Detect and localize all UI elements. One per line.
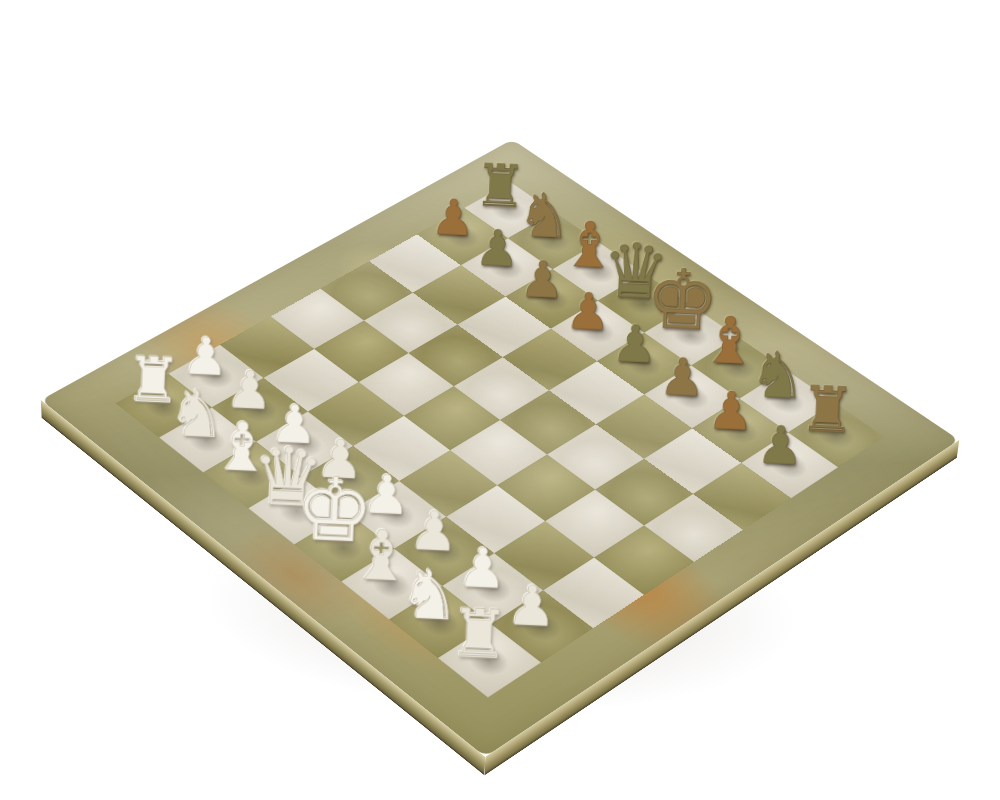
piece-white-rook[interactable]: ♜ [448,600,511,669]
chess-set-photo: Green onyx and white marble chess set on… [0,0,1000,800]
scene-tilt: ♜♞♝♛♚♝♞♜♟♟♟♟♟♟♟♟♟♟♟♟♟♟♟♟♜♞♝♛♚♝♞♜ [0,0,1000,800]
piece-onyx-pawn[interactable]: ♟ [474,223,521,275]
piece-onyx-pawn[interactable]: ♟ [756,418,805,473]
piece-onyx-pawn[interactable]: ♟ [519,254,566,306]
piece-onyx-rook[interactable]: ♜ [798,378,856,443]
piece-onyx-pawn[interactable]: ♟ [658,351,706,405]
piece-white-pawn[interactable]: ♟ [408,503,459,559]
board-grid: ♜♞♝♛♚♝♞♜♟♟♟♟♟♟♟♟♟♟♟♟♟♟♟♟♜♞♝♛♚♝♞♜ [116,182,885,697]
piece-onyx-pawn[interactable]: ♟ [611,318,659,371]
piece-onyx-pawn[interactable]: ♟ [430,192,476,243]
perspective-scene: ♜♞♝♛♚♝♞♜♟♟♟♟♟♟♟♟♟♟♟♟♟♟♟♟♜♞♝♛♚♝♞♜ [161,81,839,759]
piece-onyx-pawn[interactable]: ♟ [564,285,612,338]
piece-white-pawn[interactable]: ♟ [506,577,558,634]
piece-white-pawn[interactable]: ♟ [457,540,508,597]
piece-onyx-pawn[interactable]: ♟ [706,384,755,438]
piece-onyx-knight[interactable]: ♞ [748,343,808,409]
